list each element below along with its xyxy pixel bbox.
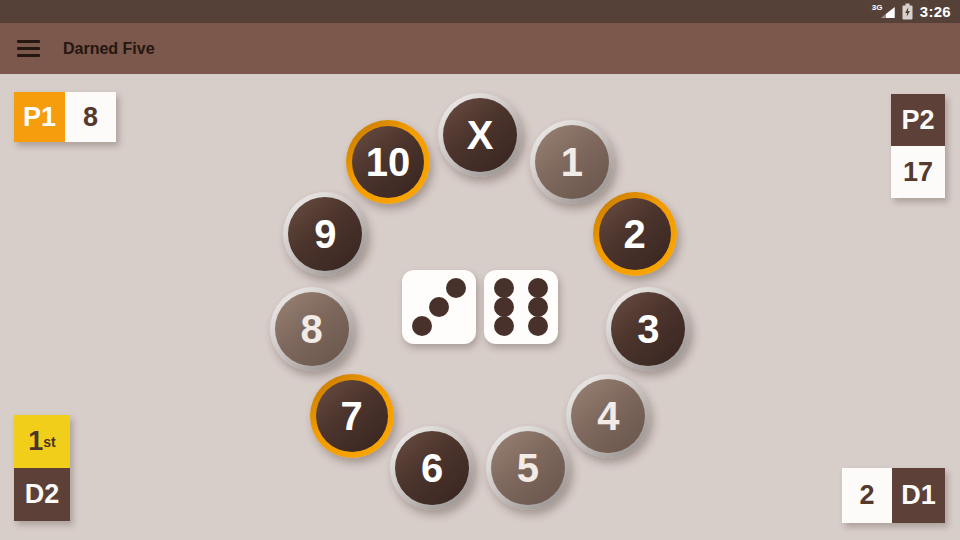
button-label: 6 [421,448,443,488]
button-face: 5 [491,431,565,505]
dealer2-label: D2 [14,468,70,521]
button-face: 3 [611,292,685,366]
die-pip [528,278,548,298]
number-button-x[interactable]: X [438,93,522,177]
die-pip [528,297,548,317]
signal-triangle-icon [881,7,895,18]
number-button-4[interactable]: 4 [566,374,650,458]
button-label: 7 [340,396,362,436]
button-face: 4 [571,379,645,453]
player1-scoreboard: P1 8 [14,92,116,142]
rank-number: 1 [28,428,43,455]
button-face: 1 [535,125,609,199]
menu-icon[interactable] [17,40,40,57]
button-face: 7 [316,380,388,452]
player1-score: 8 [65,92,116,142]
status-bar: 3G 3:26 [0,0,960,23]
die-1[interactable] [402,270,476,344]
number-button-3[interactable]: 3 [606,287,690,371]
button-label: 2 [624,214,646,254]
die-pip [446,278,466,298]
dealer2-tile: 1st D2 [14,415,70,521]
dealer1-tile: 2 D1 [842,468,945,523]
dealer1-label: D1 [892,468,945,523]
number-button-6[interactable]: 6 [390,426,474,510]
number-button-9[interactable]: 9 [283,192,367,276]
button-label: 8 [301,309,323,349]
clock: 3:26 [920,3,951,20]
number-button-8[interactable]: 8 [270,287,354,371]
button-face: 8 [275,292,349,366]
player2-badge: P2 [891,94,945,146]
network-type-label: 3G [872,3,883,12]
die-pip [528,316,548,336]
button-face: 10 [352,126,424,198]
dealer2-rank-badge: 1st [14,415,70,468]
app-screen: 3G 3:26 Darned Five P1 8 P2 17 1st D2 2 [0,0,960,540]
button-face: 2 [599,198,671,270]
die-pip [429,297,449,317]
button-label: 4 [597,396,619,436]
dealer1-value: 2 [842,468,892,523]
button-label: 1 [561,142,583,182]
app-bar: Darned Five [0,23,960,74]
rank-suffix: st [43,435,55,449]
player1-badge: P1 [14,92,65,142]
die-pip [494,316,514,336]
button-face: X [443,98,517,172]
number-button-5[interactable]: 5 [486,426,570,510]
number-button-1[interactable]: 1 [530,120,614,204]
battery-charging-icon [902,3,913,20]
die-2[interactable] [484,270,558,344]
number-button-10[interactable]: 10 [346,120,430,204]
number-button-2[interactable]: 2 [593,192,677,276]
page-title: Darned Five [63,40,155,58]
button-face: 9 [288,197,362,271]
button-label: 3 [637,309,659,349]
player2-scoreboard: P2 17 [891,94,945,198]
player2-score: 17 [891,146,945,198]
button-face: 6 [395,431,469,505]
button-label: 9 [314,214,336,254]
die-pip [494,278,514,298]
number-button-7[interactable]: 7 [310,374,394,458]
die-pip [412,316,432,336]
button-label: 10 [366,142,411,182]
signal-icon: 3G [872,3,895,20]
die-pip [494,297,514,317]
button-label: 5 [517,448,539,488]
button-label: X [467,115,494,155]
